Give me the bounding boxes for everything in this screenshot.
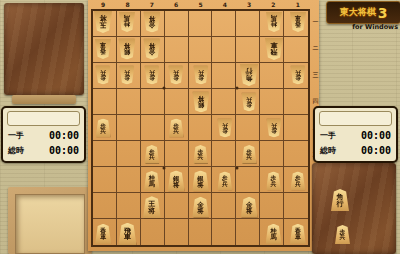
- komadai-base: [12, 95, 76, 104]
- file-label: 6: [164, 0, 188, 9]
- sente-name-field: [319, 111, 392, 126]
- file-label: 5: [188, 0, 212, 9]
- hand-piece-sente[interactable]: 角 行: [331, 189, 349, 211]
- piece-gote[interactable]: 桂 馬: [119, 12, 135, 32]
- piece-sente[interactable]: 銀 将: [168, 170, 185, 191]
- piece-gote[interactable]: 桂 馬: [266, 12, 282, 32]
- file-label: 2: [261, 0, 285, 9]
- sente-komadai[interactable]: 角 行歩 兵: [312, 163, 396, 254]
- file-label: 3: [237, 0, 261, 9]
- piece-gote[interactable]: 歩 兵: [96, 66, 111, 85]
- file-label: 4: [213, 0, 237, 9]
- piece-gote[interactable]: 銀 将: [192, 91, 209, 112]
- piece-sente[interactable]: 桂 馬: [266, 224, 282, 244]
- hoshi-dot: [163, 87, 166, 90]
- piece-box: [8, 187, 92, 254]
- app-logo: 東大将棋 3: [326, 1, 400, 24]
- gote-move-time: 00:00: [49, 130, 79, 141]
- sente-timer-panel: 一手 00:00 総時 00:00: [313, 106, 398, 163]
- piece-gote[interactable]: 金 将: [143, 38, 160, 59]
- file-label: 9: [91, 0, 115, 9]
- gote-total-time: 00:00: [49, 145, 79, 156]
- hoshi-dot: [236, 166, 239, 169]
- piece-gote[interactable]: 歩 兵: [217, 119, 232, 138]
- piece-sente[interactable]: 歩 兵: [242, 145, 257, 164]
- piece-sente[interactable]: 王 将: [143, 196, 161, 218]
- gote-total-time-label: 総時: [8, 145, 24, 156]
- piece-sente[interactable]: 歩 兵: [193, 145, 208, 164]
- piece-gote[interactable]: 飛 車: [265, 38, 283, 60]
- file-label: 1: [286, 0, 310, 9]
- file-label: 8: [115, 0, 139, 9]
- hoshi-dot: [236, 87, 239, 90]
- piece-sente[interactable]: 桂 馬: [144, 171, 160, 191]
- piece-box-inner: [15, 194, 85, 254]
- piece-sente[interactable]: 歩 兵: [169, 119, 184, 138]
- piece-gote[interactable]: 玉 将: [94, 11, 112, 33]
- shogi-board: 987654321 一二三四五六七八九 玉 将桂 馬金 将桂 馬香 車香 車銀 …: [88, 0, 319, 251]
- file-label: 7: [140, 0, 164, 9]
- piece-sente[interactable]: 歩 兵: [96, 119, 111, 138]
- piece-gote[interactable]: 香 車: [95, 39, 111, 59]
- sente-move-time-label: 一手: [320, 130, 336, 141]
- hoshi-dot: [163, 166, 166, 169]
- file-labels: 987654321: [91, 0, 310, 9]
- piece-gote[interactable]: 角 行: [240, 64, 258, 86]
- piece-sente[interactable]: 歩 兵: [144, 145, 159, 164]
- piece-gote[interactable]: 金 将: [143, 12, 160, 33]
- piece-gote[interactable]: 歩 兵: [120, 66, 135, 85]
- piece-sente[interactable]: 香 車: [290, 224, 306, 244]
- piece-gote[interactable]: 歩 兵: [169, 66, 184, 85]
- gote-move-time-label: 一手: [8, 130, 24, 141]
- piece-sente[interactable]: 歩 兵: [290, 171, 305, 190]
- rank-label: 二: [312, 35, 319, 61]
- gote-timer-panel: 一手 00:00 総時 00:00: [1, 106, 86, 163]
- piece-sente[interactable]: 金 将: [192, 197, 209, 218]
- piece-gote[interactable]: 銀 将: [119, 38, 136, 59]
- hand-piece-sente[interactable]: 歩 兵: [335, 225, 350, 244]
- sente-move-time: 00:00: [361, 130, 391, 141]
- gote-name-field: [7, 111, 80, 126]
- piece-sente[interactable]: 歩 兵: [217, 171, 232, 190]
- gote-komadai[interactable]: [4, 3, 84, 95]
- piece-sente[interactable]: 銀 将: [192, 170, 209, 191]
- piece-gote[interactable]: 歩 兵: [266, 119, 281, 138]
- sente-total-time: 00:00: [361, 145, 391, 156]
- logo-subtitle: for Windows: [330, 23, 398, 31]
- piece-gote[interactable]: 歩 兵: [144, 66, 159, 85]
- pieces-layer: 玉 将桂 馬金 将桂 馬香 車香 車銀 将金 将飛 車歩 兵歩 兵歩 兵歩 兵歩…: [91, 9, 310, 247]
- piece-gote[interactable]: 歩 兵: [290, 66, 305, 85]
- logo-number: 3: [378, 5, 388, 21]
- piece-sente[interactable]: 飛 車: [118, 223, 136, 245]
- rank-label: 三: [312, 62, 319, 88]
- logo-title: 東大将棋: [340, 6, 376, 19]
- piece-sente[interactable]: 金 将: [241, 197, 258, 218]
- piece-gote[interactable]: 歩 兵: [242, 92, 257, 111]
- sente-total-time-label: 総時: [320, 145, 336, 156]
- piece-gote[interactable]: 歩 兵: [193, 66, 208, 85]
- piece-sente[interactable]: 歩 兵: [266, 171, 281, 190]
- piece-gote[interactable]: 香 車: [290, 12, 306, 32]
- piece-sente[interactable]: 香 車: [95, 224, 111, 244]
- rank-label: 一: [312, 9, 319, 35]
- app-window: 一手 00:00 総時 00:00 987654321 一二三四五六七八九 玉 …: [0, 0, 400, 254]
